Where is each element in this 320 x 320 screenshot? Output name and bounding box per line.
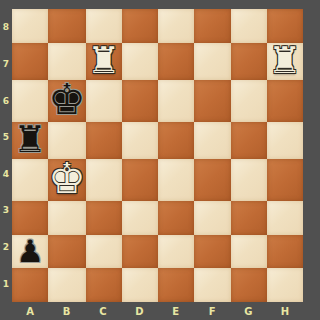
square-d6[interactable]	[122, 80, 158, 122]
square-c1[interactable]	[86, 268, 122, 302]
square-a7[interactable]	[12, 43, 48, 80]
rank-label-6: 6	[0, 82, 12, 119]
square-c7[interactable]: ♜	[86, 43, 122, 80]
square-c6[interactable]	[86, 80, 122, 122]
square-d2[interactable]	[122, 235, 158, 269]
square-c2[interactable]	[86, 235, 122, 269]
square-b3[interactable]	[48, 201, 86, 235]
white-rook-c7[interactable]: ♜	[87, 42, 120, 79]
rank-label-8: 8	[0, 9, 12, 46]
square-a4[interactable]	[12, 159, 48, 201]
square-a3[interactable]	[12, 201, 48, 235]
square-e1[interactable]	[158, 268, 194, 302]
square-h1[interactable]	[267, 268, 303, 302]
square-e6[interactable]	[158, 80, 194, 122]
square-c8[interactable]	[86, 9, 122, 43]
square-a5[interactable]: ♜	[12, 122, 48, 159]
file-label-f: F	[194, 302, 230, 320]
square-c3[interactable]	[86, 201, 122, 235]
black-pawn-a2[interactable]: ♟	[16, 236, 44, 267]
square-d4[interactable]	[122, 159, 158, 201]
square-b1[interactable]	[48, 268, 86, 302]
square-h3[interactable]	[267, 201, 303, 235]
white-rook-h7[interactable]: ♜	[268, 42, 301, 79]
rank-label-4: 4	[0, 156, 12, 193]
chess-board: ♜♜♚♜♚♟	[12, 9, 303, 302]
black-rook-a5[interactable]: ♜	[14, 121, 47, 158]
square-b8[interactable]	[48, 9, 86, 43]
square-h4[interactable]	[267, 159, 303, 201]
square-g2[interactable]	[231, 235, 267, 269]
square-f6[interactable]	[194, 80, 230, 122]
square-b6[interactable]: ♚	[48, 80, 86, 122]
white-king-b4[interactable]: ♚	[48, 158, 86, 200]
square-g6[interactable]	[231, 80, 267, 122]
square-c5[interactable]	[86, 122, 122, 159]
square-d3[interactable]	[122, 201, 158, 235]
rank-label-1: 1	[0, 265, 12, 302]
file-label-g: G	[230, 302, 266, 320]
square-e7[interactable]	[158, 43, 194, 80]
square-e8[interactable]	[158, 9, 194, 43]
rank-label-2: 2	[0, 229, 12, 266]
square-f1[interactable]	[194, 268, 230, 302]
square-g5[interactable]	[231, 122, 267, 159]
rank-label-5: 5	[0, 119, 12, 156]
square-a8[interactable]	[12, 9, 48, 43]
square-f2[interactable]	[194, 235, 230, 269]
square-f4[interactable]	[194, 159, 230, 201]
square-a2[interactable]: ♟	[12, 235, 48, 269]
square-g4[interactable]	[231, 159, 267, 201]
square-f3[interactable]	[194, 201, 230, 235]
file-label-d: D	[121, 302, 157, 320]
square-d5[interactable]	[122, 122, 158, 159]
file-label-c: C	[85, 302, 121, 320]
square-a6[interactable]	[12, 80, 48, 122]
square-e3[interactable]	[158, 201, 194, 235]
square-f7[interactable]	[194, 43, 230, 80]
square-a1[interactable]	[12, 268, 48, 302]
file-label-e: E	[158, 302, 194, 320]
square-b2[interactable]	[48, 235, 86, 269]
square-h8[interactable]	[267, 9, 303, 43]
file-label-h: H	[267, 302, 303, 320]
square-g8[interactable]	[231, 9, 267, 43]
square-e4[interactable]	[158, 159, 194, 201]
file-label-b: B	[48, 302, 84, 320]
black-king-b6[interactable]: ♚	[48, 79, 86, 121]
rank-label-7: 7	[0, 46, 12, 83]
square-d8[interactable]	[122, 9, 158, 43]
square-g3[interactable]	[231, 201, 267, 235]
square-f8[interactable]	[194, 9, 230, 43]
square-c4[interactable]	[86, 159, 122, 201]
chess-diagram: { "game": "chess", "position": { "fen": …	[0, 0, 320, 320]
square-f5[interactable]	[194, 122, 230, 159]
square-h7[interactable]: ♜	[267, 43, 303, 80]
square-d7[interactable]	[122, 43, 158, 80]
square-g7[interactable]	[231, 43, 267, 80]
square-e5[interactable]	[158, 122, 194, 159]
square-h5[interactable]	[267, 122, 303, 159]
rank-label-3: 3	[0, 192, 12, 229]
square-b4[interactable]: ♚	[48, 159, 86, 201]
square-h6[interactable]	[267, 80, 303, 122]
square-g1[interactable]	[231, 268, 267, 302]
file-label-a: A	[12, 302, 48, 320]
square-e2[interactable]	[158, 235, 194, 269]
square-h2[interactable]	[267, 235, 303, 269]
square-d1[interactable]	[122, 268, 158, 302]
